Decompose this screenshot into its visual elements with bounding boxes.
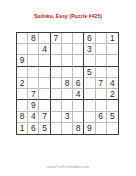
cell-r7c8 <box>96 100 107 111</box>
cell-r3c7 <box>84 55 95 66</box>
cell-r8c2: 4 <box>28 112 39 123</box>
cell-r8c5: 3 <box>62 112 73 123</box>
cell-r4c8 <box>96 67 107 78</box>
cell-r9c1: 1 <box>17 123 28 134</box>
cell-r8c3: 7 <box>39 112 50 123</box>
cell-r9c6: 8 <box>73 123 84 134</box>
cell-r4c4 <box>51 67 62 78</box>
sudoku-board: 8761439528674742984736516589 <box>16 32 119 135</box>
cell-r1c4: 7 <box>51 33 62 44</box>
cell-r1c8 <box>96 33 107 44</box>
cell-r9c9 <box>107 123 118 134</box>
cell-r5c9: 4 <box>107 78 118 89</box>
cell-r6c9: 2 <box>107 89 118 100</box>
cell-r5c1: 2 <box>17 78 28 89</box>
cell-r7c9 <box>107 100 118 111</box>
cell-r1c2: 8 <box>28 33 39 44</box>
cell-r1c7: 6 <box>84 33 95 44</box>
cell-r7c4 <box>51 100 62 111</box>
cell-r2c7: 3 <box>84 44 95 55</box>
cell-r2c5 <box>62 44 73 55</box>
cell-r3c2 <box>28 55 39 66</box>
cell-r5c3 <box>39 78 50 89</box>
cell-r8c7 <box>84 112 95 123</box>
cell-r1c5 <box>62 33 73 44</box>
cell-r5c5: 8 <box>62 78 73 89</box>
cell-r4c5 <box>62 67 73 78</box>
cell-r3c1: 9 <box>17 55 28 66</box>
cell-r7c6 <box>73 100 84 111</box>
cell-r7c1 <box>17 100 28 111</box>
cell-r4c3 <box>39 67 50 78</box>
cell-r5c8: 7 <box>96 78 107 89</box>
sudoku-print-page: Sudoku, Easy (Puzzle #425) 8761439528674… <box>0 0 136 176</box>
cell-r6c5 <box>62 89 73 100</box>
cell-r2c4 <box>51 44 62 55</box>
cell-r5c6: 6 <box>73 78 84 89</box>
cell-r9c7: 9 <box>84 123 95 134</box>
cell-r9c5 <box>62 123 73 134</box>
cell-r7c5 <box>62 100 73 111</box>
cell-r7c7 <box>84 100 95 111</box>
cell-r4c9 <box>107 67 118 78</box>
cell-r1c6 <box>73 33 84 44</box>
cell-r2c9 <box>107 44 118 55</box>
cell-r8c6 <box>73 112 84 123</box>
cell-r1c3 <box>39 33 50 44</box>
cell-r8c9: 5 <box>107 112 118 123</box>
cell-r8c1: 8 <box>17 112 28 123</box>
page-title: Sudoku, Easy (Puzzle #425) <box>0 13 136 19</box>
cell-r6c7 <box>84 89 95 100</box>
cell-r3c8 <box>96 55 107 66</box>
cell-r6c8 <box>96 89 107 100</box>
footer-url: www.PrintFreeSudoku.com <box>0 165 136 169</box>
cell-r5c2 <box>28 78 39 89</box>
cell-r4c7: 5 <box>84 67 95 78</box>
cell-r3c4 <box>51 55 62 66</box>
cell-r9c3: 5 <box>39 123 50 134</box>
cell-r2c3: 4 <box>39 44 50 55</box>
cell-r3c9 <box>107 55 118 66</box>
cell-r6c2: 7 <box>28 89 39 100</box>
cell-r8c8: 6 <box>96 112 107 123</box>
cell-r6c1 <box>17 89 28 100</box>
cell-r2c6 <box>73 44 84 55</box>
cell-r4c2 <box>28 67 39 78</box>
cell-r4c1 <box>17 67 28 78</box>
cell-r1c1 <box>17 33 28 44</box>
cell-r3c3 <box>39 55 50 66</box>
cell-r2c2 <box>28 44 39 55</box>
cell-r3c5 <box>62 55 73 66</box>
cell-r9c8 <box>96 123 107 134</box>
cell-r7c3 <box>39 100 50 111</box>
cell-r2c1 <box>17 44 28 55</box>
cell-r7c2: 9 <box>28 100 39 111</box>
cell-r3c6 <box>73 55 84 66</box>
cell-r8c4 <box>51 112 62 123</box>
cell-r5c7 <box>84 78 95 89</box>
cell-r5c4 <box>51 78 62 89</box>
cell-r9c4 <box>51 123 62 134</box>
cell-r1c9: 1 <box>107 33 118 44</box>
cell-r2c8 <box>96 44 107 55</box>
cell-r6c4 <box>51 89 62 100</box>
cell-r6c3 <box>39 89 50 100</box>
cell-r4c6 <box>73 67 84 78</box>
cell-r6c6: 4 <box>73 89 84 100</box>
cell-r9c2: 6 <box>28 123 39 134</box>
